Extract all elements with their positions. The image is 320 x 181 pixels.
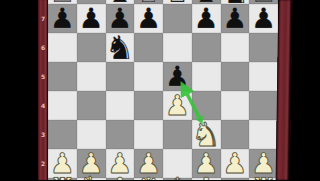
black-pawn[interactable]: ♟ (50, 5, 75, 33)
white-queen[interactable]: ♛ (135, 174, 162, 181)
square-f8[interactable]: ♝ (192, 0, 221, 4)
square-g3[interactable] (221, 120, 250, 149)
square-a6[interactable] (48, 33, 77, 62)
white-rook[interactable]: ♜ (250, 174, 277, 181)
chess-board: ♜♝♛♚♝♞♜♟♟♟♟♟♟♟♞♟♟♞♟♟♟♟♟♟♟♜♞♝♛♚♝♜ (48, 0, 278, 180)
square-f1[interactable]: ♝ (192, 178, 221, 180)
black-knight[interactable]: ♞ (105, 31, 135, 64)
square-h5[interactable] (249, 62, 278, 91)
black-rook[interactable]: ♜ (49, 0, 76, 7)
square-a3[interactable] (48, 120, 77, 149)
black-knight[interactable]: ♞ (220, 0, 250, 8)
square-c1[interactable]: ♝ (106, 178, 135, 180)
square-f6[interactable] (192, 33, 221, 62)
square-c5[interactable] (106, 62, 135, 91)
square-g4[interactable] (221, 91, 250, 120)
white-bishop[interactable]: ♝ (193, 174, 220, 181)
square-a1[interactable]: ♜ (48, 178, 77, 180)
black-rook[interactable]: ♜ (250, 0, 277, 7)
black-pawn[interactable]: ♟ (79, 5, 104, 33)
white-king[interactable]: ♚ (164, 174, 191, 181)
square-e6[interactable] (163, 33, 192, 62)
square-h1[interactable]: ♜ (249, 178, 278, 180)
black-bishop[interactable]: ♝ (106, 0, 133, 7)
black-bishop[interactable]: ♝ (193, 0, 220, 7)
rank-label-6: 6 (38, 44, 48, 52)
square-g2[interactable]: ♟ (221, 149, 250, 178)
square-h3[interactable] (249, 120, 278, 149)
white-bishop[interactable]: ♝ (106, 174, 133, 181)
square-h8[interactable]: ♜ (249, 0, 278, 4)
black-queen[interactable]: ♛ (135, 0, 162, 7)
square-c3[interactable] (106, 120, 135, 149)
chess-video-still: 87654321 ♜♝♛♚♝♞♜♟♟♟♟♟♟♟♞♟♟♞♟♟♟♟♟♟♟♜♞♝♛♚♝… (0, 0, 320, 180)
black-pawn[interactable]: ♟ (251, 5, 276, 33)
black-pawn[interactable]: ♟ (194, 5, 219, 33)
square-e4[interactable]: ♟ (163, 91, 192, 120)
white-knight[interactable]: ♞ (76, 172, 106, 180)
rank-label-4: 4 (38, 102, 48, 110)
square-d6[interactable] (134, 33, 163, 62)
square-d4[interactable] (134, 91, 163, 120)
square-b3[interactable] (77, 120, 106, 149)
square-h6[interactable] (249, 33, 278, 62)
square-a4[interactable] (48, 91, 77, 120)
rank-label-2: 2 (38, 160, 48, 168)
square-e3[interactable] (163, 120, 192, 149)
square-b4[interactable] (77, 91, 106, 120)
square-b1[interactable]: ♞ (77, 178, 106, 180)
black-pawn[interactable]: ♟ (165, 63, 190, 91)
square-b6[interactable] (77, 33, 106, 62)
square-c8[interactable]: ♝ (106, 0, 135, 4)
square-c6[interactable]: ♞ (106, 33, 135, 62)
white-pawn[interactable]: ♟ (222, 150, 247, 178)
square-b7[interactable]: ♟ (77, 4, 106, 33)
square-g5[interactable] (221, 62, 250, 91)
square-c4[interactable] (106, 91, 135, 120)
white-pawn[interactable]: ♟ (165, 92, 190, 120)
square-g1[interactable] (221, 178, 250, 180)
square-a8[interactable]: ♜ (48, 0, 77, 4)
square-d5[interactable] (134, 62, 163, 91)
square-d3[interactable] (134, 120, 163, 149)
rank-label-5: 5 (38, 73, 48, 81)
square-a5[interactable] (48, 62, 77, 91)
black-king[interactable]: ♚ (164, 0, 191, 7)
rank-label-3: 3 (38, 131, 48, 139)
square-g6[interactable] (221, 33, 250, 62)
square-f3[interactable]: ♞ (192, 120, 221, 149)
square-b5[interactable] (77, 62, 106, 91)
square-e5[interactable]: ♟ (163, 62, 192, 91)
square-f5[interactable] (192, 62, 221, 91)
square-d1[interactable]: ♛ (134, 178, 163, 180)
square-g8[interactable]: ♞ (221, 0, 250, 4)
board-frame-right (276, 0, 293, 180)
square-e8[interactable]: ♚ (163, 0, 192, 4)
square-d8[interactable]: ♛ (134, 0, 163, 4)
rank-label-7: 7 (38, 15, 48, 23)
white-rook[interactable]: ♜ (49, 174, 76, 181)
square-h4[interactable] (249, 91, 278, 120)
square-e1[interactable]: ♚ (163, 178, 192, 180)
black-pawn[interactable]: ♟ (136, 5, 161, 33)
board-frame-left: 87654321 (38, 0, 48, 180)
